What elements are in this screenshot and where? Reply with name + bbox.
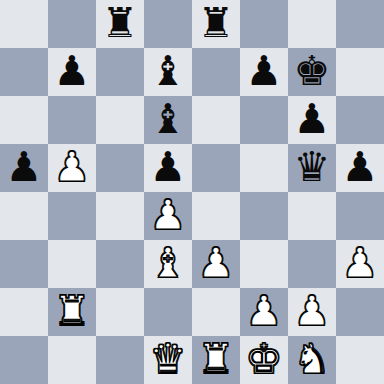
square-b8[interactable]	[48, 0, 96, 48]
piece-white-pawn[interactable]: ♟	[294, 287, 331, 335]
square-a2[interactable]	[0, 288, 48, 336]
square-b3[interactable]	[48, 240, 96, 288]
square-b1[interactable]	[48, 336, 96, 384]
piece-white-pawn[interactable]: ♟	[54, 143, 91, 191]
square-h6[interactable]	[336, 96, 384, 144]
square-d5[interactable]: ♟	[144, 144, 192, 192]
square-e5[interactable]	[192, 144, 240, 192]
square-f4[interactable]	[240, 192, 288, 240]
square-a4[interactable]	[0, 192, 48, 240]
square-c2[interactable]	[96, 288, 144, 336]
square-c6[interactable]	[96, 96, 144, 144]
square-f5[interactable]	[240, 144, 288, 192]
piece-white-pawn[interactable]: ♟	[246, 287, 283, 335]
square-b5[interactable]: ♟	[48, 144, 96, 192]
square-e3[interactable]: ♟	[192, 240, 240, 288]
piece-black-rook[interactable]: ♜	[198, 0, 235, 47]
square-f7[interactable]: ♟	[240, 48, 288, 96]
square-e6[interactable]	[192, 96, 240, 144]
square-b2[interactable]: ♜	[48, 288, 96, 336]
piece-white-pawn[interactable]: ♟	[150, 191, 187, 239]
piece-white-bishop[interactable]: ♝	[150, 239, 187, 287]
square-g8[interactable]	[288, 0, 336, 48]
piece-black-pawn[interactable]: ♟	[342, 143, 379, 191]
square-c5[interactable]	[96, 144, 144, 192]
piece-white-rook[interactable]: ♜	[198, 335, 235, 383]
piece-white-rook[interactable]: ♜	[54, 287, 91, 335]
piece-white-king[interactable]: ♚	[246, 335, 283, 383]
square-h8[interactable]	[336, 0, 384, 48]
square-b7[interactable]: ♟	[48, 48, 96, 96]
piece-black-pawn[interactable]: ♟	[294, 95, 331, 143]
piece-black-pawn[interactable]: ♟	[6, 143, 43, 191]
piece-black-pawn[interactable]: ♟	[246, 47, 283, 95]
square-e4[interactable]	[192, 192, 240, 240]
square-c4[interactable]	[96, 192, 144, 240]
piece-white-pawn[interactable]: ♟	[342, 239, 379, 287]
square-d4[interactable]: ♟	[144, 192, 192, 240]
square-d7[interactable]: ♝	[144, 48, 192, 96]
piece-black-bishop[interactable]: ♝	[150, 95, 187, 143]
square-d2[interactable]	[144, 288, 192, 336]
square-f3[interactable]	[240, 240, 288, 288]
square-b6[interactable]	[48, 96, 96, 144]
square-h1[interactable]	[336, 336, 384, 384]
square-h2[interactable]	[336, 288, 384, 336]
piece-white-queen[interactable]: ♛	[150, 335, 187, 383]
square-a8[interactable]	[0, 0, 48, 48]
square-c7[interactable]	[96, 48, 144, 96]
square-d6[interactable]: ♝	[144, 96, 192, 144]
piece-white-pawn[interactable]: ♟	[198, 239, 235, 287]
square-g5[interactable]: ♛	[288, 144, 336, 192]
square-g1[interactable]: ♞	[288, 336, 336, 384]
square-f1[interactable]: ♚	[240, 336, 288, 384]
piece-white-knight[interactable]: ♞	[294, 335, 331, 383]
square-b4[interactable]	[48, 192, 96, 240]
piece-black-king[interactable]: ♚	[294, 47, 331, 95]
square-d3[interactable]: ♝	[144, 240, 192, 288]
square-h4[interactable]	[336, 192, 384, 240]
square-g2[interactable]: ♟	[288, 288, 336, 336]
square-c8[interactable]: ♜	[96, 0, 144, 48]
square-h3[interactable]: ♟	[336, 240, 384, 288]
square-e7[interactable]	[192, 48, 240, 96]
square-a7[interactable]	[0, 48, 48, 96]
square-g7[interactable]: ♚	[288, 48, 336, 96]
square-c1[interactable]	[96, 336, 144, 384]
square-e1[interactable]: ♜	[192, 336, 240, 384]
piece-black-pawn[interactable]: ♟	[54, 47, 91, 95]
piece-black-pawn[interactable]: ♟	[150, 143, 187, 191]
chess-board: ♜♜♟♝♟♚♝♟♟♟♟♛♟♟♝♟♟♜♟♟♛♜♚♞	[0, 0, 384, 384]
square-d8[interactable]	[144, 0, 192, 48]
square-e2[interactable]	[192, 288, 240, 336]
piece-black-rook[interactable]: ♜	[102, 0, 139, 47]
square-f8[interactable]	[240, 0, 288, 48]
square-g3[interactable]	[288, 240, 336, 288]
square-a1[interactable]	[0, 336, 48, 384]
piece-black-bishop[interactable]: ♝	[150, 47, 187, 95]
square-a3[interactable]	[0, 240, 48, 288]
square-g6[interactable]: ♟	[288, 96, 336, 144]
square-a6[interactable]	[0, 96, 48, 144]
square-h5[interactable]: ♟	[336, 144, 384, 192]
square-g4[interactable]	[288, 192, 336, 240]
square-a5[interactable]: ♟	[0, 144, 48, 192]
square-c3[interactable]	[96, 240, 144, 288]
square-f2[interactable]: ♟	[240, 288, 288, 336]
square-h7[interactable]	[336, 48, 384, 96]
piece-black-queen[interactable]: ♛	[294, 143, 331, 191]
square-e8[interactable]: ♜	[192, 0, 240, 48]
square-d1[interactable]: ♛	[144, 336, 192, 384]
square-f6[interactable]	[240, 96, 288, 144]
chess-board-window: ♜♜♟♝♟♚♝♟♟♟♟♛♟♟♝♟♟♜♟♟♛♜♚♞	[0, 0, 384, 384]
